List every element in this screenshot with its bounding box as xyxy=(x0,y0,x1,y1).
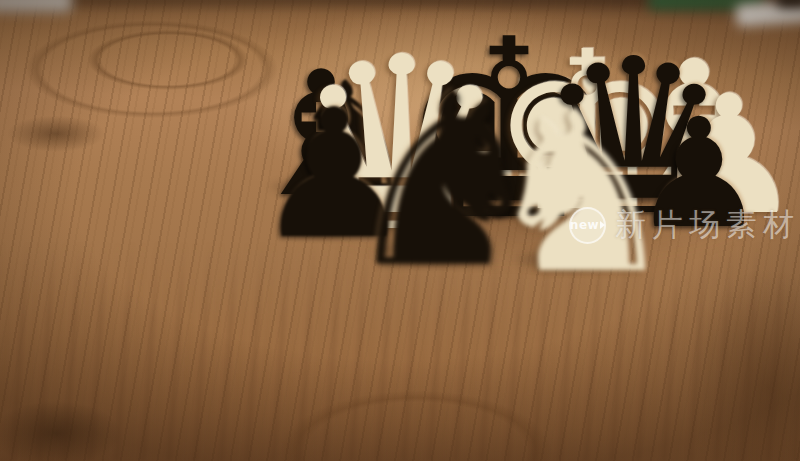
pieces-layer: ♝♞♟♛♞♟♚♜♚♞♛♝♟♟ xyxy=(0,0,800,461)
chess-photo-scene: ♝♞♟♛♞♟♚♜♚♞♛♝♟♟ new 新片场素材 xyxy=(0,0,800,461)
white-knight: ♞ xyxy=(481,82,680,304)
